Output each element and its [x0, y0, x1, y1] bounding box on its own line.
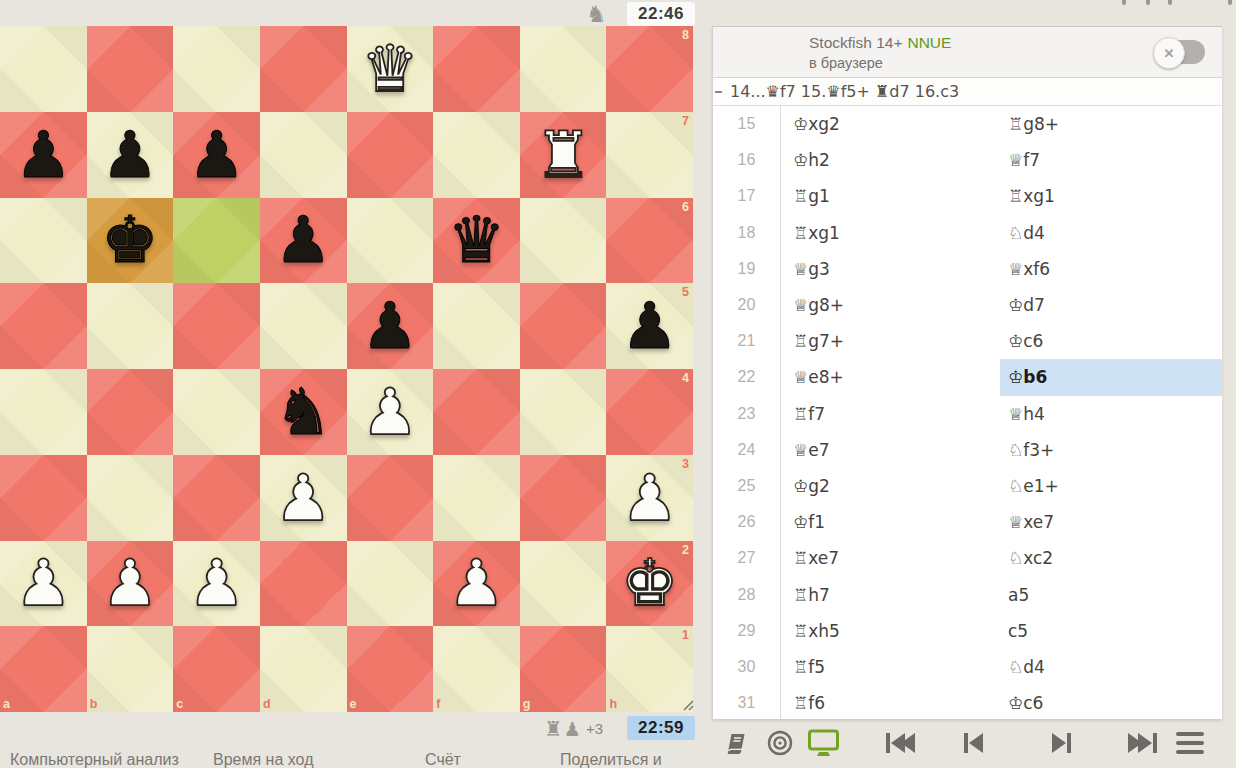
move-number-20: 20 — [713, 287, 781, 323]
move-15-black[interactable]: ♖g8+ — [1000, 106, 1222, 142]
piece-white-pawn-e4[interactable]: ♟ — [361, 380, 418, 444]
square-d6[interactable]: ♟ — [260, 198, 347, 284]
piece-black-pawn-d6[interactable]: ♟ — [275, 208, 332, 272]
next-move-icon — [1052, 733, 1066, 753]
square-a2[interactable]: ♟ — [0, 541, 87, 627]
black-clock: 22:46 — [627, 2, 695, 26]
move-number-26: 26 — [713, 504, 781, 540]
first-move-button[interactable] — [886, 718, 915, 768]
square-c3[interactable] — [173, 455, 260, 541]
square-h7[interactable]: 7 — [606, 112, 693, 198]
square-c7[interactable]: ♟ — [173, 112, 260, 198]
piece-white-pawn-h3[interactable]: ♟ — [621, 466, 678, 530]
square-c5[interactable] — [173, 283, 260, 369]
file-label-h: h — [609, 698, 617, 711]
square-f3[interactable] — [433, 455, 520, 541]
piece-white-pawn-b2[interactable]: ♟ — [101, 551, 158, 615]
move-24-white[interactable]: ♕e7 — [781, 432, 1000, 468]
rank-label-5: 5 — [682, 286, 689, 299]
piece-black-king-b6[interactable]: ♚ — [101, 208, 158, 272]
square-c4[interactable] — [173, 369, 260, 455]
black-captured-tray: ♞ — [586, 2, 607, 26]
move-20-black[interactable]: ♔d7 — [1000, 287, 1222, 323]
square-f1[interactable]: f — [433, 626, 520, 712]
piece-black-pawn-b7[interactable]: ♟ — [101, 123, 158, 187]
footer-tab-1[interactable]: Компьютерный анализ — [10, 751, 179, 768]
rank-label-1: 1 — [682, 629, 689, 642]
square-f2[interactable]: ♟ — [433, 541, 520, 627]
square-b6[interactable]: ♚ — [87, 198, 174, 284]
move-30-white[interactable]: ♖f5 — [781, 649, 1000, 685]
square-h2[interactable]: 2♚ — [606, 541, 693, 627]
square-h6[interactable]: 6 — [606, 198, 693, 284]
move-number-27: 27 — [713, 540, 781, 576]
square-e5[interactable]: ♟ — [347, 283, 434, 369]
square-d4[interactable]: ♞ — [260, 369, 347, 455]
menu-icon — [1176, 732, 1204, 737]
move-27-black[interactable]: ♘xc2 — [1000, 540, 1222, 576]
piece-black-pawn-c7[interactable]: ♟ — [188, 123, 245, 187]
engine-toggle[interactable]: ✕ — [1161, 40, 1205, 64]
square-d2[interactable] — [260, 541, 347, 627]
square-b8[interactable] — [87, 26, 174, 112]
square-e4[interactable]: ♟ — [347, 369, 434, 455]
cropped-icon-fragment — [1168, 0, 1172, 5]
square-a8[interactable] — [0, 26, 87, 112]
footer-tab-3[interactable]: Счёт — [425, 751, 461, 768]
piece-black-knight-d4[interactable]: ♞ — [275, 380, 332, 444]
nnue-badge: NNUE — [907, 34, 951, 51]
rank-label-4: 4 — [682, 372, 689, 385]
variation-text: 14...♛f7 15.♛f5+ ♜d7 16.c3 — [730, 82, 959, 101]
black-clock-time: 22:46 — [638, 4, 684, 24]
square-f6[interactable]: ♛ — [433, 198, 520, 284]
move-number-22: 22 — [713, 359, 781, 395]
square-g3[interactable] — [520, 455, 607, 541]
move-23-white[interactable]: ♖f7 — [781, 396, 1000, 432]
square-e3[interactable] — [347, 455, 434, 541]
square-g6[interactable] — [520, 198, 607, 284]
engine-header: Stockfish 14+NNUE в браузере ✕ — [713, 27, 1222, 78]
engine-toggle-knob[interactable]: ✕ — [1153, 37, 1185, 69]
captured-piece-icon: ♟ — [564, 718, 581, 740]
move-18-white[interactable]: ♖xg1 — [781, 215, 1000, 251]
square-a5[interactable] — [0, 283, 87, 369]
square-g2[interactable] — [520, 541, 607, 627]
variation-line[interactable]: 14...♛f7 15.♛f5+ ♜d7 16.c3 — [713, 78, 1222, 106]
engine-title: Stockfish 14+NNUE — [809, 34, 951, 52]
square-h5[interactable]: 5♟ — [606, 283, 693, 369]
practice-button[interactable] — [766, 718, 794, 768]
move-17-black[interactable]: ♖xg1 — [1000, 178, 1222, 214]
square-h3[interactable]: 3♟ — [606, 455, 693, 541]
move-number-23: 23 — [713, 396, 781, 432]
move-number-16: 16 — [713, 142, 781, 178]
opening-book-button[interactable] — [722, 718, 750, 768]
file-label-a: a — [3, 698, 10, 711]
move-30-black[interactable]: ♘d4 — [1000, 649, 1222, 685]
engine-subtitle: в браузере — [809, 55, 883, 71]
rank-label-8: 8 — [682, 29, 689, 42]
white-clock: 22:59 — [627, 716, 695, 740]
move-number-28: 28 — [713, 576, 781, 612]
move-18-black[interactable]: ♘d4 — [1000, 215, 1222, 251]
square-c6[interactable] — [173, 198, 260, 284]
next-move-button[interactable] — [1052, 718, 1071, 768]
file-label-f: f — [436, 698, 440, 711]
piece-white-rook-g7[interactable]: ♜ — [534, 123, 591, 187]
square-h4[interactable]: 4 — [606, 369, 693, 455]
menu-button[interactable] — [1176, 718, 1204, 768]
move-25-white[interactable]: ♔g2 — [781, 468, 1000, 504]
cropped-icon-fragment — [1228, 0, 1232, 5]
square-g4[interactable] — [520, 369, 607, 455]
piece-white-pawn-a2[interactable]: ♟ — [15, 551, 72, 615]
square-g7[interactable]: ♜ — [520, 112, 607, 198]
square-g8[interactable] — [520, 26, 607, 112]
move-number-24: 24 — [713, 432, 781, 468]
file-label-e: e — [350, 698, 357, 711]
analysis-page: ♞ 22:46 ♛8♟♟♟♜7♚♟♛6♟5♟♞♟4♟3♟♟♟♟♟2♚abcdef… — [0, 0, 1236, 768]
square-b3[interactable] — [87, 455, 174, 541]
square-b7[interactable]: ♟ — [87, 112, 174, 198]
move-number-19: 19 — [713, 251, 781, 287]
piece-black-pawn-a7[interactable]: ♟ — [15, 123, 72, 187]
square-e6[interactable] — [347, 198, 434, 284]
chess-board[interactable]: ♛8♟♟♟♜7♚♟♛6♟5♟♞♟4♟3♟♟♟♟♟2♚abcdefg1h — [0, 26, 693, 712]
square-f5[interactable] — [433, 283, 520, 369]
analysis-toolbar — [712, 718, 1221, 768]
move-28-black[interactable]: a5 — [1000, 576, 1222, 612]
move-26-white[interactable]: ♔f1 — [781, 504, 1000, 540]
square-d3[interactable]: ♟ — [260, 455, 347, 541]
white-captured-tray: ♜♟+3 — [544, 716, 603, 741]
move-16-white[interactable]: ♔h2 — [781, 142, 1000, 178]
cropped-icon-fragment — [1146, 0, 1150, 5]
piece-white-king-h2[interactable]: ♚ — [621, 551, 678, 615]
move-19-black[interactable]: ♕xf6 — [1000, 251, 1222, 287]
square-b4[interactable] — [87, 369, 174, 455]
piece-black-queen-f6[interactable]: ♛ — [448, 208, 505, 272]
footer-tab-4[interactable]: Поделиться и — [560, 751, 662, 768]
move-27-white[interactable]: ♖xe7 — [781, 540, 1000, 576]
square-c2[interactable]: ♟ — [173, 541, 260, 627]
move-number-21: 21 — [713, 323, 781, 359]
piece-white-pawn-d3[interactable]: ♟ — [275, 466, 332, 530]
captured-piece-icon: ♞ — [586, 1, 607, 27]
file-label-c: c — [176, 698, 183, 711]
piece-white-pawn-f2[interactable]: ♟ — [448, 551, 505, 615]
move-28-white[interactable]: ♖h7 — [781, 576, 1000, 612]
material-advantage: +3 — [586, 720, 603, 737]
square-f8[interactable] — [433, 26, 520, 112]
square-e7[interactable] — [347, 112, 434, 198]
first-move-icon — [886, 733, 890, 753]
previous-move-icon — [964, 733, 968, 753]
square-e1[interactable]: e — [347, 626, 434, 712]
book-icon — [722, 730, 750, 756]
square-a6[interactable] — [0, 198, 87, 284]
square-g1[interactable]: g — [520, 626, 607, 712]
square-d8[interactable] — [260, 26, 347, 112]
move-number-29: 29 — [713, 613, 781, 649]
rank-label-6: 6 — [682, 201, 689, 214]
square-f4[interactable] — [433, 369, 520, 455]
square-d5[interactable] — [260, 283, 347, 369]
piece-black-pawn-e5[interactable]: ♟ — [361, 294, 418, 358]
move-31-black[interactable]: ♔c6 — [1000, 685, 1222, 719]
move-number-30: 30 — [713, 649, 781, 685]
rank-label-7: 7 — [682, 115, 689, 128]
rank-label-3: 3 — [682, 458, 689, 471]
move-22-black[interactable]: ♔b6 — [1000, 359, 1222, 395]
variation-dash — [715, 91, 722, 93]
square-e2[interactable] — [347, 541, 434, 627]
move-19-white[interactable]: ♕g3 — [781, 251, 1000, 287]
square-a3[interactable] — [0, 455, 87, 541]
last-move-button[interactable] — [1128, 718, 1157, 768]
move-16-black[interactable]: ♕f7 — [1000, 142, 1222, 178]
square-c1[interactable]: c — [173, 626, 260, 712]
move-26-black[interactable]: ♕xe7 — [1000, 504, 1222, 540]
white-clock-time: 22:59 — [638, 718, 684, 738]
move-29-white[interactable]: ♖xh5 — [781, 613, 1000, 649]
move-number-17: 17 — [713, 178, 781, 214]
move-number-25: 25 — [713, 468, 781, 504]
square-b5[interactable] — [87, 283, 174, 369]
square-d7[interactable] — [260, 112, 347, 198]
move-15-white[interactable]: ♔xg2 — [781, 106, 1000, 142]
engine-screen-icon — [807, 728, 840, 758]
square-a4[interactable] — [0, 369, 87, 455]
move-number-18: 18 — [713, 215, 781, 251]
square-a7[interactable]: ♟ — [0, 112, 87, 198]
piece-white-queen-e8[interactable]: ♛ — [361, 37, 418, 101]
move-20-white[interactable]: ♕g8+ — [781, 287, 1000, 323]
move-29-black[interactable]: c5 — [1000, 613, 1222, 649]
move-21-white[interactable]: ♖g7+ — [781, 323, 1000, 359]
file-label-d: d — [263, 698, 271, 711]
target-icon — [766, 729, 794, 757]
square-g5[interactable] — [520, 283, 607, 369]
square-e8[interactable]: ♛ — [347, 26, 434, 112]
move-25-black[interactable]: ♘e1+ — [1000, 468, 1222, 504]
cropped-icon-fragment — [1122, 0, 1126, 5]
engine-name: Stockfish 14+ — [809, 34, 902, 51]
square-a1[interactable]: a — [0, 626, 87, 712]
move-31-white[interactable]: ♖f6 — [781, 685, 1000, 719]
move-list: 15♔xg2♖g8+16♔h2♕f717♖g1♖xg118♖xg1♘d419♕g… — [713, 106, 1222, 719]
piece-white-pawn-c2[interactable]: ♟ — [188, 551, 245, 615]
rank-label-2: 2 — [682, 544, 689, 557]
move-23-black[interactable]: ♕h4 — [1000, 396, 1222, 432]
move-17-white[interactable]: ♖g1 — [781, 178, 1000, 214]
move-24-black[interactable]: ♘f3+ — [1000, 432, 1222, 468]
square-b2[interactable]: ♟ — [87, 541, 174, 627]
square-d1[interactable]: d — [260, 626, 347, 712]
footer-tab-2[interactable]: Время на ход — [213, 751, 313, 768]
file-label-g: g — [523, 698, 531, 711]
file-label-b: b — [90, 698, 98, 711]
previous-move-button[interactable] — [964, 718, 983, 768]
move-22-white[interactable]: ♕e8+ — [781, 359, 1000, 395]
captured-piece-icon: ♜ — [544, 717, 563, 741]
move-number-31: 31 — [713, 685, 781, 719]
square-h8[interactable]: 8 — [606, 26, 693, 112]
square-b1[interactable]: b — [87, 626, 174, 712]
square-f7[interactable] — [433, 112, 520, 198]
move-21-black[interactable]: ♔c6 — [1000, 323, 1222, 359]
move-number-15: 15 — [713, 106, 781, 142]
piece-black-pawn-h5[interactable]: ♟ — [621, 294, 678, 358]
board-resize-handle[interactable] — [680, 697, 694, 715]
engine-panel: Stockfish 14+NNUE в браузере ✕ 14...♛f7 … — [712, 26, 1222, 719]
square-c8[interactable] — [173, 26, 260, 112]
engine-screen-button[interactable] — [807, 718, 840, 768]
